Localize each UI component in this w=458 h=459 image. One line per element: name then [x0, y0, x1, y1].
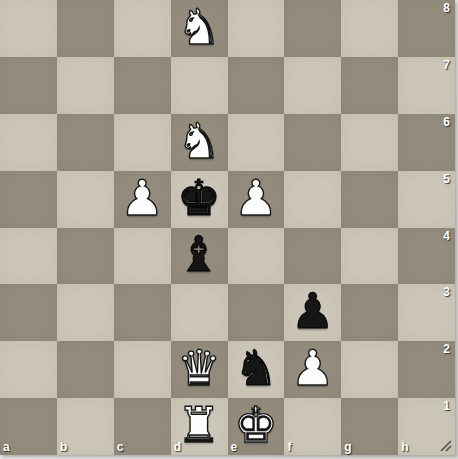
square-d2[interactable]: ♛	[171, 341, 228, 398]
rank-label-4: 4	[443, 229, 450, 243]
square-e1[interactable]: ♚e	[228, 398, 285, 455]
square-d8[interactable]: ♞	[171, 0, 228, 57]
square-b1[interactable]: b	[57, 398, 114, 455]
square-h4[interactable]: 4	[398, 228, 455, 285]
rank-label-1: 1	[443, 399, 450, 413]
square-f7[interactable]	[284, 57, 341, 114]
square-f8[interactable]	[284, 0, 341, 57]
rank-label-8: 8	[443, 1, 450, 15]
square-e5[interactable]: ♟	[228, 171, 285, 228]
square-b4[interactable]	[57, 228, 114, 285]
square-g7[interactable]	[341, 57, 398, 114]
page: ♞87♞6♟♚♟5♝4♟3♛♞♟2abc♜d♚efg1h	[0, 0, 458, 459]
square-f1[interactable]: f	[284, 398, 341, 455]
square-f6[interactable]	[284, 114, 341, 171]
square-e8[interactable]	[228, 0, 285, 57]
square-h7[interactable]: 7	[398, 57, 455, 114]
square-g3[interactable]	[341, 284, 398, 341]
file-label-h: h	[401, 440, 408, 454]
square-g6[interactable]	[341, 114, 398, 171]
piece-white-knight-d6[interactable]: ♞	[177, 117, 221, 166]
square-d3[interactable]	[171, 284, 228, 341]
square-h2[interactable]: 2	[398, 341, 455, 398]
square-e4[interactable]	[228, 228, 285, 285]
file-label-g: g	[344, 440, 351, 454]
file-label-c: c	[117, 440, 124, 454]
square-d7[interactable]	[171, 57, 228, 114]
piece-black-pawn-f3[interactable]: ♟	[291, 287, 335, 336]
piece-white-king-e1[interactable]: ♚	[234, 401, 278, 450]
rank-label-7: 7	[443, 58, 450, 72]
square-d4[interactable]: ♝	[171, 228, 228, 285]
square-d5[interactable]: ♚	[171, 171, 228, 228]
square-e6[interactable]	[228, 114, 285, 171]
file-label-b: b	[60, 440, 67, 454]
square-e2[interactable]: ♞	[228, 341, 285, 398]
square-b6[interactable]	[57, 114, 114, 171]
square-e7[interactable]	[228, 57, 285, 114]
square-c5[interactable]: ♟	[114, 171, 171, 228]
square-e3[interactable]	[228, 284, 285, 341]
square-b7[interactable]	[57, 57, 114, 114]
file-label-f: f	[287, 440, 291, 454]
rank-label-5: 5	[443, 172, 450, 186]
piece-white-rook-d1[interactable]: ♜	[177, 401, 221, 450]
square-d6[interactable]: ♞	[171, 114, 228, 171]
file-label-a: a	[3, 440, 10, 454]
rank-label-3: 3	[443, 285, 450, 299]
square-g2[interactable]	[341, 341, 398, 398]
square-c2[interactable]	[114, 341, 171, 398]
chess-board: ♞87♞6♟♚♟5♝4♟3♛♞♟2abc♜d♚efg1h	[0, 0, 455, 455]
square-h6[interactable]: 6	[398, 114, 455, 171]
square-a5[interactable]	[0, 171, 57, 228]
square-b8[interactable]	[57, 0, 114, 57]
square-f4[interactable]	[284, 228, 341, 285]
piece-white-pawn-f2[interactable]: ♟	[291, 344, 335, 393]
square-a3[interactable]	[0, 284, 57, 341]
piece-black-bishop-d4[interactable]: ♝	[177, 230, 221, 279]
square-f3[interactable]: ♟	[284, 284, 341, 341]
piece-white-pawn-c5[interactable]: ♟	[120, 174, 164, 223]
square-a4[interactable]	[0, 228, 57, 285]
square-d1[interactable]: ♜d	[171, 398, 228, 455]
square-c4[interactable]	[114, 228, 171, 285]
square-a6[interactable]	[0, 114, 57, 171]
piece-black-knight-e2[interactable]: ♞	[234, 344, 278, 393]
square-b2[interactable]	[57, 341, 114, 398]
square-b3[interactable]	[57, 284, 114, 341]
square-f2[interactable]: ♟	[284, 341, 341, 398]
square-a8[interactable]	[0, 0, 57, 57]
square-c1[interactable]: c	[114, 398, 171, 455]
board-grid[interactable]: ♞87♞6♟♚♟5♝4♟3♛♞♟2abc♜d♚efg1h	[0, 0, 455, 455]
square-a7[interactable]	[0, 57, 57, 114]
rank-label-2: 2	[443, 342, 450, 356]
square-c3[interactable]	[114, 284, 171, 341]
square-g8[interactable]	[341, 0, 398, 57]
square-c8[interactable]	[114, 0, 171, 57]
piece-white-queen-d2[interactable]: ♛	[177, 344, 221, 393]
square-g4[interactable]	[341, 228, 398, 285]
resize-handle-icon[interactable]	[440, 440, 452, 452]
piece-white-pawn-e5[interactable]: ♟	[234, 174, 278, 223]
square-g5[interactable]	[341, 171, 398, 228]
square-b5[interactable]	[57, 171, 114, 228]
square-c6[interactable]	[114, 114, 171, 171]
square-f5[interactable]	[284, 171, 341, 228]
square-g1[interactable]: g	[341, 398, 398, 455]
square-c7[interactable]	[114, 57, 171, 114]
square-a1[interactable]: a	[0, 398, 57, 455]
square-h8[interactable]: 8	[398, 0, 455, 57]
square-a2[interactable]	[0, 341, 57, 398]
square-h5[interactable]: 5	[398, 171, 455, 228]
square-h3[interactable]: 3	[398, 284, 455, 341]
piece-white-knight-d8[interactable]: ♞	[177, 3, 221, 52]
rank-label-6: 6	[443, 115, 450, 129]
piece-black-king-d5[interactable]: ♚	[177, 174, 221, 223]
